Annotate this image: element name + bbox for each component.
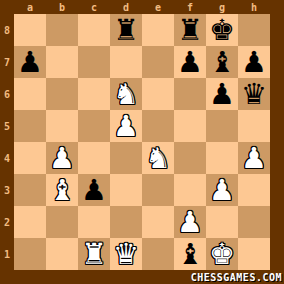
square-b6[interactable] xyxy=(46,78,78,110)
piece-white-pawn: ♟ xyxy=(241,144,267,173)
square-g7[interactable]: ♝ xyxy=(206,46,238,78)
square-g8[interactable]: ♚ xyxy=(206,14,238,46)
rank-label-8: 8 xyxy=(0,14,14,46)
file-label-e: e xyxy=(142,0,174,14)
square-d6[interactable]: ♞ xyxy=(110,78,142,110)
square-h1[interactable] xyxy=(238,238,270,270)
piece-black-pawn: ♟ xyxy=(17,48,43,77)
square-g2[interactable] xyxy=(206,206,238,238)
square-g4[interactable] xyxy=(206,142,238,174)
file-label-b: b xyxy=(46,0,78,14)
piece-white-queen: ♛ xyxy=(113,240,139,269)
piece-black-queen: ♛ xyxy=(241,80,267,109)
chess-board: ♜♜♚♟♟♝♟♞♟♛♟♟♞♟♝♟♟♟♜♛♝♚ xyxy=(14,14,270,270)
square-e3[interactable] xyxy=(142,174,174,206)
file-label-c: c xyxy=(78,0,110,14)
square-a2[interactable] xyxy=(14,206,46,238)
square-a6[interactable] xyxy=(14,78,46,110)
square-d1[interactable]: ♛ xyxy=(110,238,142,270)
square-b3[interactable]: ♝ xyxy=(46,174,78,206)
rank-label-4: 4 xyxy=(0,142,14,174)
square-b8[interactable] xyxy=(46,14,78,46)
square-a4[interactable] xyxy=(14,142,46,174)
square-d2[interactable] xyxy=(110,206,142,238)
piece-black-pawn: ♟ xyxy=(177,48,203,77)
file-label-g: g xyxy=(206,0,238,14)
file-label-d: d xyxy=(110,0,142,14)
square-h2[interactable] xyxy=(238,206,270,238)
piece-black-pawn: ♟ xyxy=(241,48,267,77)
square-h3[interactable] xyxy=(238,174,270,206)
rank-label-3: 3 xyxy=(0,174,14,206)
file-label-h: h xyxy=(238,0,270,14)
piece-white-bishop: ♝ xyxy=(49,176,75,205)
square-g5[interactable] xyxy=(206,110,238,142)
piece-white-knight: ♞ xyxy=(145,144,171,173)
square-f3[interactable] xyxy=(174,174,206,206)
piece-white-pawn: ♟ xyxy=(113,112,139,141)
square-g3[interactable]: ♟ xyxy=(206,174,238,206)
piece-white-pawn: ♟ xyxy=(49,144,75,173)
rank-label-7: 7 xyxy=(0,46,14,78)
square-f7[interactable]: ♟ xyxy=(174,46,206,78)
square-f2[interactable]: ♟ xyxy=(174,206,206,238)
square-d4[interactable] xyxy=(110,142,142,174)
square-d7[interactable] xyxy=(110,46,142,78)
chessgames-watermark: CHESSGAMES.COM xyxy=(191,272,282,283)
piece-black-rook: ♜ xyxy=(113,16,139,45)
square-e5[interactable] xyxy=(142,110,174,142)
file-label-a: a xyxy=(14,0,46,14)
rank-label-1: 1 xyxy=(0,238,14,270)
square-h8[interactable] xyxy=(238,14,270,46)
square-h6[interactable]: ♛ xyxy=(238,78,270,110)
rank-label-6: 6 xyxy=(0,78,14,110)
square-d8[interactable]: ♜ xyxy=(110,14,142,46)
square-c4[interactable] xyxy=(78,142,110,174)
piece-black-pawn: ♟ xyxy=(81,176,107,205)
square-e6[interactable] xyxy=(142,78,174,110)
piece-white-king: ♚ xyxy=(209,240,235,269)
square-h4[interactable]: ♟ xyxy=(238,142,270,174)
square-e4[interactable]: ♞ xyxy=(142,142,174,174)
square-d5[interactable]: ♟ xyxy=(110,110,142,142)
square-d3[interactable] xyxy=(110,174,142,206)
piece-white-pawn: ♟ xyxy=(209,176,235,205)
file-label-f: f xyxy=(174,0,206,14)
square-f4[interactable] xyxy=(174,142,206,174)
file-labels: abcdefgh xyxy=(14,0,270,14)
piece-black-king: ♚ xyxy=(209,16,235,45)
square-c6[interactable] xyxy=(78,78,110,110)
rank-label-5: 5 xyxy=(0,110,14,142)
square-c8[interactable] xyxy=(78,14,110,46)
square-b7[interactable] xyxy=(46,46,78,78)
rank-label-2: 2 xyxy=(0,206,14,238)
piece-white-knight: ♞ xyxy=(113,80,139,109)
piece-white-pawn: ♟ xyxy=(177,208,203,237)
piece-white-rook: ♜ xyxy=(81,240,107,269)
square-c3[interactable]: ♟ xyxy=(78,174,110,206)
square-b1[interactable] xyxy=(46,238,78,270)
piece-black-rook: ♜ xyxy=(177,16,203,45)
piece-black-pawn: ♟ xyxy=(209,80,235,109)
square-e7[interactable] xyxy=(142,46,174,78)
square-f8[interactable]: ♜ xyxy=(174,14,206,46)
square-b2[interactable] xyxy=(46,206,78,238)
square-h5[interactable] xyxy=(238,110,270,142)
square-b5[interactable] xyxy=(46,110,78,142)
square-f6[interactable] xyxy=(174,78,206,110)
piece-black-bishop: ♝ xyxy=(177,240,203,269)
square-a5[interactable] xyxy=(14,110,46,142)
piece-black-bishop: ♝ xyxy=(209,48,235,77)
square-f5[interactable] xyxy=(174,110,206,142)
square-a1[interactable] xyxy=(14,238,46,270)
square-a8[interactable] xyxy=(14,14,46,46)
square-e1[interactable] xyxy=(142,238,174,270)
square-a7[interactable]: ♟ xyxy=(14,46,46,78)
square-a3[interactable] xyxy=(14,174,46,206)
square-c2[interactable] xyxy=(78,206,110,238)
square-f1[interactable]: ♝ xyxy=(174,238,206,270)
square-b4[interactable]: ♟ xyxy=(46,142,78,174)
square-g1[interactable]: ♚ xyxy=(206,238,238,270)
rank-labels: 87654321 xyxy=(0,14,14,270)
square-c7[interactable] xyxy=(78,46,110,78)
square-c1[interactable]: ♜ xyxy=(78,238,110,270)
square-g6[interactable]: ♟ xyxy=(206,78,238,110)
square-e2[interactable] xyxy=(142,206,174,238)
square-h7[interactable]: ♟ xyxy=(238,46,270,78)
square-e8[interactable] xyxy=(142,14,174,46)
square-c5[interactable] xyxy=(78,110,110,142)
